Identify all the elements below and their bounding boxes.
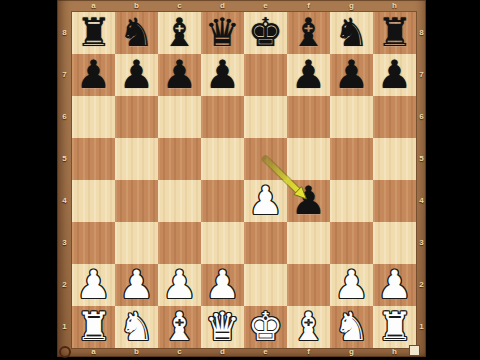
square-b6[interactable] <box>115 96 158 138</box>
black-bishop[interactable]: ♝ <box>287 12 330 54</box>
file-label-g: g <box>330 1 373 11</box>
square-g2[interactable]: ♟ <box>330 264 373 306</box>
white-knight[interactable]: ♞ <box>115 306 158 348</box>
black-rook[interactable]: ♜ <box>72 12 115 54</box>
file-label-e: e <box>244 1 287 11</box>
white-pawn[interactable]: ♟ <box>201 264 244 306</box>
white-rook[interactable]: ♜ <box>373 306 416 348</box>
square-e5[interactable] <box>244 138 287 180</box>
square-f3[interactable] <box>287 222 330 264</box>
rank-label-5: 5 <box>58 138 71 180</box>
video-frame: ♜♞♝♛♚♝♞♜♟♟♟♟♟♟♟♟♟♟♟♟♟♟♟♜♞♝♛♚♝♞♜ abcdefgh… <box>0 0 480 360</box>
white-bishop[interactable]: ♝ <box>287 306 330 348</box>
rank-label-8: 8 <box>58 12 71 54</box>
square-e7[interactable] <box>244 54 287 96</box>
rank-label-4: 4 <box>58 180 71 222</box>
square-h1[interactable]: ♜ <box>373 306 416 348</box>
square-f5[interactable] <box>287 138 330 180</box>
white-pawn[interactable]: ♟ <box>244 180 287 222</box>
file-label-h: h <box>373 1 416 11</box>
square-d6[interactable] <box>201 96 244 138</box>
square-g4[interactable] <box>330 180 373 222</box>
rank-label-3: 3 <box>415 222 428 264</box>
file-label-a: a <box>72 347 115 357</box>
square-f2[interactable] <box>287 264 330 306</box>
rank-label-6: 6 <box>58 96 71 138</box>
square-b1[interactable]: ♞ <box>115 306 158 348</box>
square-d5[interactable] <box>201 138 244 180</box>
rank-label-5: 5 <box>415 138 428 180</box>
square-d4[interactable] <box>201 180 244 222</box>
black-knight[interactable]: ♞ <box>330 12 373 54</box>
rank-label-4: 4 <box>415 180 428 222</box>
square-g8[interactable]: ♞ <box>330 12 373 54</box>
chessboard-frame: ♜♞♝♛♚♝♞♜♟♟♟♟♟♟♟♟♟♟♟♟♟♟♟♜♞♝♛♚♝♞♜ abcdefgh… <box>57 0 426 357</box>
file-label-a: a <box>72 1 115 11</box>
black-bishop[interactable]: ♝ <box>158 12 201 54</box>
square-d2[interactable]: ♟ <box>201 264 244 306</box>
square-b5[interactable] <box>115 138 158 180</box>
square-a6[interactable] <box>72 96 115 138</box>
white-knight[interactable]: ♞ <box>330 306 373 348</box>
rank-label-7: 7 <box>58 54 71 96</box>
square-h5[interactable] <box>373 138 416 180</box>
file-label-f: f <box>287 347 330 357</box>
file-label-g: g <box>330 347 373 357</box>
square-c3[interactable] <box>158 222 201 264</box>
square-b8[interactable]: ♞ <box>115 12 158 54</box>
square-a7[interactable]: ♟ <box>72 54 115 96</box>
square-a8[interactable]: ♜ <box>72 12 115 54</box>
file-label-b: b <box>115 347 158 357</box>
file-label-d: d <box>201 347 244 357</box>
square-f1[interactable]: ♝ <box>287 306 330 348</box>
square-c6[interactable] <box>158 96 201 138</box>
square-a2[interactable]: ♟ <box>72 264 115 306</box>
black-pawn[interactable]: ♟ <box>287 54 330 96</box>
white-queen[interactable]: ♛ <box>201 306 244 348</box>
white-pawn[interactable]: ♟ <box>72 264 115 306</box>
black-queen[interactable]: ♛ <box>201 12 244 54</box>
rank-label-1: 1 <box>58 306 71 348</box>
black-king[interactable]: ♚ <box>244 12 287 54</box>
square-c2[interactable]: ♟ <box>158 264 201 306</box>
square-g5[interactable] <box>330 138 373 180</box>
black-pawn[interactable]: ♟ <box>158 54 201 96</box>
black-pawn[interactable]: ♟ <box>72 54 115 96</box>
square-b7[interactable]: ♟ <box>115 54 158 96</box>
file-label-b: b <box>115 1 158 11</box>
file-label-c: c <box>158 347 201 357</box>
square-h8[interactable]: ♜ <box>373 12 416 54</box>
square-c4[interactable] <box>158 180 201 222</box>
square-e4[interactable]: ♟ <box>244 180 287 222</box>
white-pawn[interactable]: ♟ <box>373 264 416 306</box>
square-e8[interactable]: ♚ <box>244 12 287 54</box>
rank-label-3: 3 <box>58 222 71 264</box>
rank-label-2: 2 <box>415 264 428 306</box>
file-label-h: h <box>373 347 416 357</box>
square-h3[interactable] <box>373 222 416 264</box>
square-a4[interactable] <box>72 180 115 222</box>
rank-label-2: 2 <box>58 264 71 306</box>
square-e3[interactable] <box>244 222 287 264</box>
file-label-c: c <box>158 1 201 11</box>
square-e6[interactable] <box>244 96 287 138</box>
square-a5[interactable] <box>72 138 115 180</box>
white-pawn[interactable]: ♟ <box>158 264 201 306</box>
square-h7[interactable]: ♟ <box>373 54 416 96</box>
square-c1[interactable]: ♝ <box>158 306 201 348</box>
black-pawn[interactable]: ♟ <box>373 54 416 96</box>
square-b4[interactable] <box>115 180 158 222</box>
black-pawn[interactable]: ♟ <box>330 54 373 96</box>
black-pawn[interactable]: ♟ <box>287 180 330 222</box>
square-h4[interactable] <box>373 180 416 222</box>
square-c5[interactable] <box>158 138 201 180</box>
square-d8[interactable]: ♛ <box>201 12 244 54</box>
square-h6[interactable] <box>373 96 416 138</box>
rank-label-8: 8 <box>415 12 428 54</box>
square-c7[interactable]: ♟ <box>158 54 201 96</box>
square-e2[interactable] <box>244 264 287 306</box>
square-g6[interactable] <box>330 96 373 138</box>
black-knight[interactable]: ♞ <box>115 12 158 54</box>
square-a1[interactable]: ♜ <box>72 306 115 348</box>
square-b2[interactable]: ♟ <box>115 264 158 306</box>
rank-label-1: 1 <box>415 306 428 348</box>
square-f8[interactable]: ♝ <box>287 12 330 54</box>
white-pawn[interactable]: ♟ <box>330 264 373 306</box>
square-f4[interactable]: ♟ <box>287 180 330 222</box>
square-g7[interactable]: ♟ <box>330 54 373 96</box>
square-d3[interactable] <box>201 222 244 264</box>
chessboard: ♜♞♝♛♚♝♞♜♟♟♟♟♟♟♟♟♟♟♟♟♟♟♟♜♞♝♛♚♝♞♜ <box>72 12 416 348</box>
black-rook[interactable]: ♜ <box>373 12 416 54</box>
rank-label-7: 7 <box>415 54 428 96</box>
square-d1[interactable]: ♛ <box>201 306 244 348</box>
square-g1[interactable]: ♞ <box>330 306 373 348</box>
square-h2[interactable]: ♟ <box>373 264 416 306</box>
black-pawn[interactable]: ♟ <box>201 54 244 96</box>
white-bishop[interactable]: ♝ <box>158 306 201 348</box>
square-d7[interactable]: ♟ <box>201 54 244 96</box>
white-king[interactable]: ♚ <box>244 306 287 348</box>
square-c8[interactable]: ♝ <box>158 12 201 54</box>
white-pawn[interactable]: ♟ <box>115 264 158 306</box>
rank-label-6: 6 <box>415 96 428 138</box>
square-e1[interactable]: ♚ <box>244 306 287 348</box>
black-pawn[interactable]: ♟ <box>115 54 158 96</box>
square-f6[interactable] <box>287 96 330 138</box>
square-g3[interactable] <box>330 222 373 264</box>
square-a3[interactable] <box>72 222 115 264</box>
square-f7[interactable]: ♟ <box>287 54 330 96</box>
file-label-f: f <box>287 1 330 11</box>
square-b3[interactable] <box>115 222 158 264</box>
white-rook[interactable]: ♜ <box>72 306 115 348</box>
file-label-e: e <box>244 347 287 357</box>
file-label-d: d <box>201 1 244 11</box>
